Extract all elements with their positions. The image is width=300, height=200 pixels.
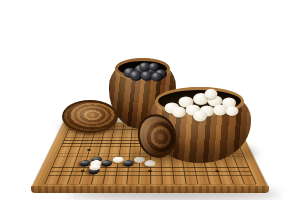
stone-black: [123, 160, 134, 166]
go-board-front-edge: [31, 186, 269, 193]
bowl-stone-white: [204, 89, 217, 99]
bowl-stone-white: [193, 111, 207, 122]
star-point: [87, 149, 91, 151]
white-bowl-opening: [155, 87, 244, 115]
stone-white: [145, 160, 156, 166]
bowl-lid-flat: [62, 100, 118, 133]
bowl-stone-black: [148, 63, 159, 71]
bowl-stone-white: [172, 107, 186, 118]
star-point: [81, 170, 85, 172]
stone-black: [101, 160, 113, 166]
bowl-stone-white: [225, 106, 238, 116]
go-set-photo-scene: [0, 0, 300, 200]
black-bowl-opening: [115, 58, 170, 79]
bowl-stone-black: [151, 72, 163, 81]
star-point: [215, 170, 219, 172]
star-point: [148, 170, 152, 172]
